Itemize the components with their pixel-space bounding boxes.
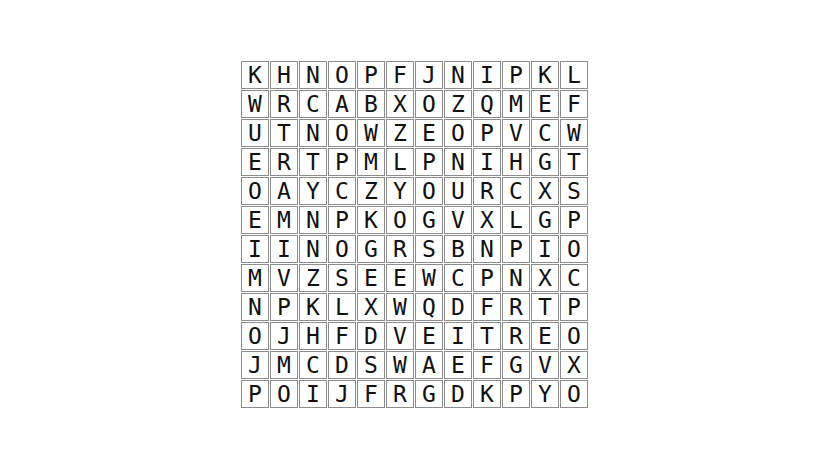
- grid-cell[interactable]: K: [531, 61, 559, 89]
- grid-cell[interactable]: T: [531, 293, 559, 321]
- grid-cell[interactable]: P: [502, 61, 530, 89]
- grid-cell[interactable]: M: [270, 206, 298, 234]
- grid-cell[interactable]: D: [444, 380, 472, 408]
- grid-cell[interactable]: V: [531, 351, 559, 379]
- grid-cell[interactable]: Q: [415, 293, 443, 321]
- grid-cell[interactable]: Q: [473, 90, 501, 118]
- grid-cell[interactable]: C: [328, 177, 356, 205]
- grid-cell[interactable]: A: [270, 177, 298, 205]
- grid-cell[interactable]: Y: [531, 380, 559, 408]
- grid-cell[interactable]: L: [502, 206, 530, 234]
- grid-cell[interactable]: T: [473, 322, 501, 350]
- grid-cell[interactable]: V: [502, 119, 530, 147]
- grid-cell[interactable]: G: [531, 148, 559, 176]
- grid-cell[interactable]: U: [444, 177, 472, 205]
- grid-cell[interactable]: E: [531, 90, 559, 118]
- grid-cell[interactable]: O: [560, 380, 588, 408]
- grid-cell[interactable]: K: [299, 293, 327, 321]
- grid-cell[interactable]: O: [560, 235, 588, 263]
- grid-cell[interactable]: P: [502, 235, 530, 263]
- grid-cell[interactable]: T: [299, 148, 327, 176]
- grid-cell[interactable]: E: [357, 264, 385, 292]
- grid-cell[interactable]: Z: [357, 177, 385, 205]
- grid-cell[interactable]: R: [473, 177, 501, 205]
- grid-cell[interactable]: R: [386, 235, 414, 263]
- grid-cell[interactable]: D: [444, 293, 472, 321]
- grid-cell[interactable]: J: [415, 61, 443, 89]
- grid-cell[interactable]: O: [241, 177, 269, 205]
- grid-cell[interactable]: U: [241, 119, 269, 147]
- grid-cell[interactable]: G: [531, 206, 559, 234]
- grid-cell[interactable]: L: [386, 148, 414, 176]
- grid-cell[interactable]: C: [444, 264, 472, 292]
- grid-cell[interactable]: G: [502, 351, 530, 379]
- grid-cell[interactable]: T: [270, 119, 298, 147]
- grid-cell[interactable]: D: [357, 322, 385, 350]
- grid-cell[interactable]: H: [502, 148, 530, 176]
- grid-cell[interactable]: O: [328, 119, 356, 147]
- grid-cell[interactable]: N: [299, 61, 327, 89]
- grid-cell[interactable]: N: [444, 148, 472, 176]
- grid-cell[interactable]: T: [560, 148, 588, 176]
- grid-cell[interactable]: K: [357, 206, 385, 234]
- grid-cell[interactable]: P: [357, 61, 385, 89]
- grid-cell[interactable]: N: [241, 293, 269, 321]
- grid-cell[interactable]: I: [531, 235, 559, 263]
- grid-cell[interactable]: P: [473, 119, 501, 147]
- grid-cell[interactable]: Y: [386, 177, 414, 205]
- grid-cell[interactable]: O: [241, 322, 269, 350]
- grid-cell[interactable]: P: [560, 293, 588, 321]
- grid-cell[interactable]: L: [560, 61, 588, 89]
- grid-cell[interactable]: O: [560, 322, 588, 350]
- grid-cell[interactable]: M: [270, 351, 298, 379]
- word-search-grid: KHNOPFJNIPKLWRCABXOZQMEFUTNOWZEOPVCWERTP…: [241, 61, 588, 408]
- grid-cell[interactable]: I: [473, 61, 501, 89]
- grid-cell[interactable]: C: [560, 264, 588, 292]
- grid-cell[interactable]: G: [415, 380, 443, 408]
- grid-cell[interactable]: F: [357, 380, 385, 408]
- grid-cell[interactable]: L: [328, 293, 356, 321]
- grid-cell[interactable]: W: [415, 264, 443, 292]
- grid-cell[interactable]: H: [270, 61, 298, 89]
- grid-cell[interactable]: P: [502, 380, 530, 408]
- grid-cell[interactable]: J: [241, 351, 269, 379]
- grid-cell[interactable]: W: [386, 351, 414, 379]
- grid-cell[interactable]: P: [241, 380, 269, 408]
- grid-cell[interactable]: S: [328, 264, 356, 292]
- grid-cell[interactable]: X: [357, 293, 385, 321]
- grid-cell[interactable]: K: [241, 61, 269, 89]
- grid-cell[interactable]: Y: [299, 177, 327, 205]
- grid-cell[interactable]: W: [386, 293, 414, 321]
- grid-cell[interactable]: I: [473, 148, 501, 176]
- grid-cell[interactable]: S: [560, 177, 588, 205]
- grid-cell[interactable]: V: [270, 264, 298, 292]
- grid-cell[interactable]: C: [299, 90, 327, 118]
- grid-cell[interactable]: O: [270, 380, 298, 408]
- grid-cell[interactable]: N: [502, 264, 530, 292]
- grid-cell[interactable]: R: [270, 90, 298, 118]
- grid-cell[interactable]: B: [444, 235, 472, 263]
- grid-cell[interactable]: K: [473, 380, 501, 408]
- grid-cell[interactable]: Z: [299, 264, 327, 292]
- grid-cell[interactable]: G: [415, 206, 443, 234]
- grid-cell[interactable]: P: [328, 206, 356, 234]
- grid-cell[interactable]: A: [328, 90, 356, 118]
- grid-cell[interactable]: C: [531, 119, 559, 147]
- grid-cell[interactable]: X: [531, 177, 559, 205]
- grid-cell[interactable]: S: [357, 351, 385, 379]
- grid-cell[interactable]: W: [241, 90, 269, 118]
- grid-cell[interactable]: X: [560, 351, 588, 379]
- grid-cell[interactable]: O: [415, 177, 443, 205]
- grid-cell[interactable]: E: [386, 264, 414, 292]
- grid-cell[interactable]: P: [473, 264, 501, 292]
- grid-cell[interactable]: F: [560, 90, 588, 118]
- grid-cell[interactable]: P: [415, 148, 443, 176]
- grid-cell[interactable]: R: [502, 293, 530, 321]
- grid-cell[interactable]: C: [502, 177, 530, 205]
- grid-cell[interactable]: N: [299, 119, 327, 147]
- grid-cell[interactable]: I: [444, 322, 472, 350]
- grid-cell[interactable]: X: [386, 90, 414, 118]
- grid-cell[interactable]: X: [473, 206, 501, 234]
- grid-cell[interactable]: O: [328, 61, 356, 89]
- grid-cell[interactable]: I: [270, 235, 298, 263]
- grid-cell[interactable]: B: [357, 90, 385, 118]
- grid-cell[interactable]: R: [502, 322, 530, 350]
- grid-cell[interactable]: P: [328, 148, 356, 176]
- grid-cell[interactable]: R: [386, 380, 414, 408]
- grid-cell[interactable]: P: [270, 293, 298, 321]
- grid-cell[interactable]: S: [415, 235, 443, 263]
- grid-cell[interactable]: D: [328, 351, 356, 379]
- grid-cell[interactable]: O: [415, 90, 443, 118]
- grid-cell[interactable]: V: [444, 206, 472, 234]
- grid-cell[interactable]: N: [444, 61, 472, 89]
- grid-cell[interactable]: J: [328, 380, 356, 408]
- grid-cell[interactable]: F: [473, 351, 501, 379]
- grid-cell[interactable]: N: [299, 206, 327, 234]
- grid-cell[interactable]: R: [270, 148, 298, 176]
- grid-cell[interactable]: I: [241, 235, 269, 263]
- grid-cell[interactable]: M: [241, 264, 269, 292]
- grid-cell[interactable]: M: [357, 148, 385, 176]
- grid-cell[interactable]: G: [357, 235, 385, 263]
- grid-cell[interactable]: O: [328, 235, 356, 263]
- grid-cell[interactable]: E: [415, 322, 443, 350]
- grid-cell[interactable]: W: [357, 119, 385, 147]
- grid-cell[interactable]: E: [241, 148, 269, 176]
- grid-cell[interactable]: H: [299, 322, 327, 350]
- grid-cell[interactable]: N: [473, 235, 501, 263]
- grid-cell[interactable]: O: [444, 119, 472, 147]
- grid-cell[interactable]: M: [502, 90, 530, 118]
- grid-cell[interactable]: E: [241, 206, 269, 234]
- grid-cell[interactable]: E: [531, 322, 559, 350]
- grid-cell[interactable]: Z: [386, 119, 414, 147]
- grid-cell[interactable]: I: [299, 380, 327, 408]
- grid-cell[interactable]: O: [386, 206, 414, 234]
- grid-cell[interactable]: J: [270, 322, 298, 350]
- grid-cell[interactable]: V: [386, 322, 414, 350]
- grid-cell[interactable]: F: [473, 293, 501, 321]
- grid-cell[interactable]: P: [560, 206, 588, 234]
- grid-cell[interactable]: E: [444, 351, 472, 379]
- grid-cell[interactable]: E: [415, 119, 443, 147]
- grid-cell[interactable]: F: [386, 61, 414, 89]
- grid-cell[interactable]: W: [560, 119, 588, 147]
- grid-cell[interactable]: Z: [444, 90, 472, 118]
- grid-cell[interactable]: F: [328, 322, 356, 350]
- grid-cell[interactable]: A: [415, 351, 443, 379]
- grid-cell[interactable]: C: [299, 351, 327, 379]
- grid-cell[interactable]: N: [299, 235, 327, 263]
- grid-cell[interactable]: X: [531, 264, 559, 292]
